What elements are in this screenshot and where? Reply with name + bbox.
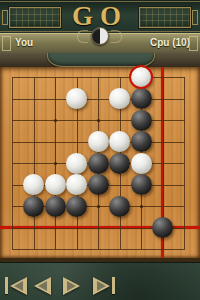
ball-wing-right: [111, 30, 122, 43]
hoshi-dot: [97, 205, 100, 208]
white-stone: [66, 174, 87, 195]
black-stone: [45, 196, 66, 217]
player-cpu-label: Cpu (10): [150, 37, 190, 48]
black-stone: [88, 174, 109, 195]
hoshi-dot: [97, 119, 100, 122]
black-stone: [131, 88, 152, 109]
black-stone: [131, 110, 152, 131]
black-stone: [23, 196, 44, 217]
grid-line-horizontal: [12, 249, 185, 250]
hoshi-dot: [140, 205, 143, 208]
nav-first-icon: [14, 281, 23, 291]
white-stone: [109, 88, 130, 109]
black-stone: [152, 217, 173, 238]
black-stone: [131, 131, 152, 152]
white-stone: [66, 153, 87, 174]
black-stone: [66, 196, 87, 217]
nav-first-bar-icon[interactable]: [5, 277, 8, 294]
bracket-left: [2, 36, 11, 51]
move-marker-ring: [129, 65, 153, 89]
go-board[interactable]: [0, 67, 200, 262]
hoshi-dot: [54, 162, 57, 165]
nav-last-bar-icon[interactable]: [112, 277, 115, 294]
bracket-right: [189, 36, 198, 51]
turn-stone-ball-icon: [91, 27, 109, 45]
nav-last-icon: [97, 281, 106, 291]
black-stone: [131, 174, 152, 195]
bottom-toolbar: Territory Pass: [0, 262, 200, 300]
white-stone: [45, 174, 66, 195]
ball-wing-left: [77, 30, 88, 43]
nav-first-button[interactable]: [10, 277, 27, 295]
player-bar: You Cpu (10): [0, 33, 200, 54]
black-stone: [109, 153, 130, 174]
nav-last-button[interactable]: [93, 277, 110, 295]
white-stone: [88, 131, 109, 152]
nav-next-icon: [67, 281, 76, 291]
go-app-window: GO You Cpu (10) Territory Pass: [0, 0, 200, 300]
hoshi-dot: [54, 119, 57, 122]
white-stone: [131, 153, 152, 174]
nav-next-button[interactable]: [63, 277, 80, 295]
white-stone: [109, 131, 130, 152]
grid-line-vertical: [184, 77, 185, 249]
white-stone: [23, 174, 44, 195]
player-you-label: You: [15, 37, 33, 48]
white-stone: [66, 88, 87, 109]
nav-previous-icon: [38, 281, 47, 291]
black-stone: [88, 153, 109, 174]
nav-previous-button[interactable]: [34, 277, 51, 295]
black-stone: [109, 196, 130, 217]
